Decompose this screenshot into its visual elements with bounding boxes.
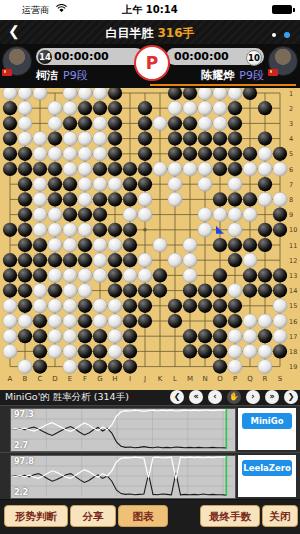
white-stone (93, 253, 107, 267)
white-stone (198, 223, 212, 237)
black-stone (243, 238, 257, 252)
black-stone (183, 88, 197, 100)
step-forward-button[interactable]: › (246, 390, 260, 404)
turn-indicator-line (150, 84, 296, 87)
black-stone (183, 329, 197, 343)
black-stone (138, 132, 152, 146)
white-stone (198, 162, 212, 176)
row-label: 10 (289, 226, 297, 234)
black-stone (78, 299, 92, 313)
black-stone (273, 208, 287, 222)
white-stone (48, 329, 62, 343)
black-stone (168, 299, 182, 313)
leelazero-button[interactable]: LeelaZero (242, 460, 292, 476)
white-stone (228, 284, 242, 298)
col-label: P (233, 375, 237, 383)
black-stone (18, 238, 32, 252)
fast-forward-button[interactable]: » (265, 390, 279, 404)
row-label: 13 (289, 272, 297, 280)
white-stone (183, 238, 197, 252)
black-stone (243, 268, 257, 282)
black-stone (228, 147, 242, 161)
white-stone (3, 299, 17, 313)
white-stone (228, 177, 242, 191)
white-stone (258, 344, 272, 358)
black-stone (243, 192, 257, 206)
black-stone (183, 147, 197, 161)
share-button[interactable]: 分享 (70, 505, 116, 527)
black-stone (3, 223, 17, 237)
hand-drag-button[interactable]: ✋ (227, 390, 241, 404)
white-stone (228, 223, 242, 237)
black-stone (168, 88, 182, 100)
china-flag-icon (268, 69, 278, 76)
white-stone (168, 253, 182, 267)
go-board[interactable]: ABCDEFGHIJKLMNOPQRS123456789101112131415… (0, 88, 300, 390)
white-stone (48, 223, 62, 237)
black-stone (198, 147, 212, 161)
status-time: 上午 10:14 (0, 3, 300, 17)
white-stone (33, 147, 47, 161)
black-stone (198, 284, 212, 298)
black-stone (33, 360, 47, 374)
black-stone (243, 147, 257, 161)
black-stone (18, 223, 32, 237)
row-label: 11 (289, 242, 297, 250)
analysis-header: MiniGo'的 胜率分析 (314手) ❮«‹✋›»❯ (0, 390, 300, 405)
black-stone (93, 344, 107, 358)
col-label: H (112, 375, 117, 383)
black-stone (18, 299, 32, 313)
col-label: L (173, 375, 177, 383)
black-stone (228, 192, 242, 206)
black-clock-capsule: 14 00:00:00 (36, 48, 144, 65)
black-stone (48, 162, 62, 176)
minigo-chart[interactable]: 97.3 2.7 (10, 408, 236, 452)
white-stone (258, 192, 272, 206)
app-window: 运营商 上午 10:14 ❮ 白目半胜316手 14 00:00:00 P 00… (0, 0, 300, 534)
black-stone (18, 268, 32, 282)
white-stone (108, 344, 122, 358)
black-stone (78, 314, 92, 328)
white-stone (93, 299, 107, 313)
row-label: 9 (289, 211, 293, 219)
white-clock: 00:00:00 (174, 50, 229, 63)
white-stone (63, 284, 77, 298)
black-stone (228, 314, 242, 328)
row-label: 4 (289, 135, 293, 143)
white-stone (213, 116, 227, 130)
col-label: N (202, 375, 207, 383)
white-stone (273, 162, 287, 176)
black-stone (108, 132, 122, 146)
white-stone (78, 284, 92, 298)
black-clock: 00:00:00 (54, 50, 109, 63)
black-stone (93, 360, 107, 374)
black-stone (213, 238, 227, 252)
player-bar: 14 00:00:00 P 00:00:00 10 柯洁P9段 陈耀烨P9段 (0, 44, 300, 88)
white-player-rank: P9段 (239, 69, 264, 82)
white-stone (48, 268, 62, 282)
jump-start-button[interactable]: ❮ (170, 390, 184, 404)
white-clock-capsule: 00:00:00 10 (166, 48, 264, 65)
white-stone (183, 268, 197, 282)
white-stone (138, 192, 152, 206)
black-stone (63, 177, 77, 191)
white-stone (228, 329, 242, 343)
black-stone (123, 253, 137, 267)
black-stone (168, 116, 182, 130)
white-stone (48, 344, 62, 358)
black-stone (243, 88, 257, 100)
black-stone (123, 238, 137, 252)
black-stone (63, 116, 77, 130)
black-player-rank: P9段 (63, 69, 88, 82)
leelazero-panel: 97.8 2.2 LeelaZero (0, 452, 300, 499)
white-stone (213, 208, 227, 222)
black-stone (138, 162, 152, 176)
white-stone (258, 162, 272, 176)
white-stone (33, 192, 47, 206)
white-stone (93, 88, 107, 100)
col-label: C (38, 375, 43, 383)
white-stone (228, 360, 242, 374)
white-stone (153, 162, 167, 176)
black-stone (18, 147, 32, 161)
chart-button-selected[interactable]: 图表 (118, 505, 168, 527)
white-stone (258, 147, 272, 161)
white-stone (273, 192, 287, 206)
white-stone (78, 147, 92, 161)
black-stone (228, 162, 242, 176)
black-stone (258, 177, 272, 191)
white-stone (3, 314, 17, 328)
black-stone (3, 284, 17, 298)
status-bar: 运营商 上午 10:14 (0, 0, 300, 20)
white-stone (198, 101, 212, 115)
black-stone (138, 147, 152, 161)
black-stone (63, 253, 77, 267)
white-stone (78, 177, 92, 191)
black-stone (123, 284, 137, 298)
result-text: 白目半胜 (105, 26, 153, 40)
black-stone (213, 284, 227, 298)
white-stone (153, 238, 167, 252)
col-label: S (278, 375, 283, 383)
fast-back-button[interactable]: « (189, 390, 203, 404)
white-stone (168, 192, 182, 206)
black-stone (138, 116, 152, 130)
black-stone (108, 253, 122, 267)
black-stone (258, 101, 272, 115)
white-stone (183, 101, 197, 115)
white-stone (108, 329, 122, 343)
col-label: E (68, 375, 72, 383)
white-stone (198, 177, 212, 191)
white-stone (108, 314, 122, 328)
situation-button[interactable]: 形势判断 (4, 505, 68, 527)
black-stone (183, 132, 197, 146)
bottom-button-bar: 形势判断 分享 图表 最终手数 关闭 (0, 500, 300, 534)
black-capture-badge: 14 (38, 50, 52, 64)
black-stone (78, 344, 92, 358)
col-label: D (52, 375, 57, 383)
leelazero-white-winrate: 97.8 (14, 457, 34, 466)
black-stone (78, 329, 92, 343)
row-label: 2 (289, 105, 293, 113)
black-stone (63, 208, 77, 222)
black-stone (138, 299, 152, 313)
white-stone (243, 253, 257, 267)
black-stone (108, 116, 122, 130)
minigo-button[interactable]: MiniGo (242, 413, 292, 429)
white-stone (63, 101, 77, 115)
final-moves-button[interactable]: 最终手数 (200, 505, 260, 527)
white-stone (198, 116, 212, 130)
white-capture-badge: 10 (246, 50, 262, 66)
black-stone (273, 344, 287, 358)
black-stone (78, 101, 92, 115)
white-stone (93, 238, 107, 252)
black-stone (243, 284, 257, 298)
col-label: B (23, 375, 28, 383)
white-stone (183, 162, 197, 176)
white-stone (168, 101, 182, 115)
black-stone (213, 360, 227, 374)
black-stone (48, 253, 62, 267)
black-stone (108, 88, 122, 100)
black-stone (258, 238, 272, 252)
black-stone (33, 344, 47, 358)
black-stone (273, 284, 287, 298)
row-label: 14 (289, 287, 297, 295)
black-stone (213, 299, 227, 313)
black-stone (153, 284, 167, 298)
white-stone (63, 88, 77, 100)
minigo-panel: 97.3 2.7 MiniGo (0, 405, 300, 452)
black-stone (33, 329, 47, 343)
leelazero-chart[interactable]: 97.8 2.2 (10, 455, 236, 499)
white-stone (63, 162, 77, 176)
minigo-white-winrate: 97.3 (14, 410, 34, 419)
white-stone (48, 314, 62, 328)
white-stone (18, 88, 32, 100)
col-label: O (217, 375, 223, 383)
black-stone (108, 223, 122, 237)
white-stone (63, 344, 77, 358)
black-stone (138, 284, 152, 298)
col-label: M (187, 375, 193, 383)
black-stone (93, 192, 107, 206)
white-stone (78, 223, 92, 237)
black-stone (78, 238, 92, 252)
leelazero-black-winrate: 2.2 (14, 488, 28, 497)
white-stone (18, 132, 32, 146)
white-stone (78, 192, 92, 206)
black-stone (78, 208, 92, 222)
white-stone (18, 116, 32, 130)
row-label: 15 (289, 302, 297, 310)
white-stone (138, 208, 152, 222)
white-stone (93, 314, 107, 328)
white-stone (108, 238, 122, 252)
black-player-name: 柯洁P9段 (36, 68, 88, 83)
white-stone (243, 162, 257, 176)
white-stone (228, 208, 242, 222)
row-label: 1 (289, 90, 293, 98)
china-flag-icon (2, 69, 12, 76)
white-stone (3, 329, 17, 343)
black-stone (18, 192, 32, 206)
row-label: 12 (289, 257, 297, 265)
black-stone (108, 360, 122, 374)
black-stone (213, 192, 227, 206)
black-stone (213, 132, 227, 146)
white-stone (183, 253, 197, 267)
white-stone (258, 360, 272, 374)
black-stone (78, 253, 92, 267)
black-stone (93, 223, 107, 237)
black-stone (138, 177, 152, 191)
black-stone (33, 314, 47, 328)
black-stone (18, 177, 32, 191)
white-player-name: 陈耀烨P9段 (201, 68, 264, 83)
black-stone (33, 268, 47, 282)
col-label: I (129, 375, 131, 383)
black-stone (63, 192, 77, 206)
black-stone (213, 314, 227, 328)
black-stone (3, 253, 17, 267)
white-stone (93, 147, 107, 161)
black-stone (273, 223, 287, 237)
black-stone (48, 132, 62, 146)
black-stone (123, 314, 137, 328)
black-stone (273, 268, 287, 282)
black-stone (33, 238, 47, 252)
white-stone (108, 177, 122, 191)
black-stone (108, 162, 122, 176)
row-label: 3 (289, 120, 293, 128)
black-stone (93, 208, 107, 222)
black-stone (93, 329, 107, 343)
black-stone (48, 192, 62, 206)
black-stone (48, 284, 62, 298)
game-result-title: 白目半胜316手 (0, 25, 300, 42)
jump-end-button[interactable]: ❯ (284, 390, 298, 404)
white-stone (48, 238, 62, 252)
white-stone (48, 101, 62, 115)
white-stone (258, 314, 272, 328)
black-stone (18, 284, 32, 298)
white-stone (168, 162, 182, 176)
black-stone (228, 116, 242, 130)
black-stone (228, 299, 242, 313)
white-stone (63, 329, 77, 343)
col-label: Q (247, 375, 253, 383)
close-button[interactable]: 关闭 (262, 505, 298, 527)
black-stone (138, 101, 152, 115)
black-stone (228, 132, 242, 146)
black-stone (108, 284, 122, 298)
white-stone (273, 314, 287, 328)
row-label: 6 (289, 166, 293, 174)
white-stone (243, 344, 257, 358)
white-stone (33, 284, 47, 298)
black-stone (123, 162, 137, 176)
leelazero-sidebox: LeelaZero (238, 455, 296, 497)
black-stone (273, 147, 287, 161)
white-stone (63, 238, 77, 252)
move-count: 316手 (157, 26, 194, 40)
white-stone (108, 299, 122, 313)
pass-indicator: P (134, 45, 170, 81)
white-stone (243, 208, 257, 222)
white-stone (18, 101, 32, 115)
white-stone (18, 360, 32, 374)
white-stone (48, 116, 62, 130)
black-stone (258, 268, 272, 282)
black-stone (123, 177, 137, 191)
row-label: 16 (289, 318, 297, 326)
black-stone (258, 284, 272, 298)
white-stone (63, 360, 77, 374)
white-stone (213, 101, 227, 115)
col-label: R (263, 375, 268, 383)
col-label: F (83, 375, 87, 383)
black-stone (168, 147, 182, 161)
black-stone (198, 132, 212, 146)
white-stone (93, 177, 107, 191)
white-stone (228, 344, 242, 358)
white-stone (153, 116, 167, 130)
step-back-button[interactable]: ‹ (208, 390, 222, 404)
black-stone (138, 314, 152, 328)
row-label: 18 (289, 348, 297, 356)
black-stone (258, 329, 272, 343)
black-stone (153, 268, 167, 282)
white-stone (213, 88, 227, 100)
white-stone (63, 268, 77, 282)
avatar-black-player (2, 46, 32, 76)
black-stone (198, 329, 212, 343)
col-label: K (158, 375, 163, 383)
black-stone (213, 344, 227, 358)
row-label: 17 (289, 333, 297, 341)
white-stone (33, 177, 47, 191)
black-stone (48, 177, 62, 191)
white-stone (63, 132, 77, 146)
white-stone (138, 268, 152, 282)
white-stone (3, 344, 17, 358)
black-stone (123, 223, 137, 237)
black-stone (213, 268, 227, 282)
white-stone (198, 208, 212, 222)
white-stone (18, 314, 32, 328)
black-stone (18, 329, 32, 343)
black-stone (198, 299, 212, 313)
white-stone (123, 268, 137, 282)
white-stone (63, 223, 77, 237)
black-stone (108, 192, 122, 206)
black-stone (228, 238, 242, 252)
white-stone (63, 314, 77, 328)
black-stone (258, 132, 272, 146)
white-stone (78, 88, 92, 100)
col-label: J (143, 375, 146, 383)
black-stone (108, 101, 122, 115)
white-stone (48, 299, 62, 313)
white-stone (93, 268, 107, 282)
